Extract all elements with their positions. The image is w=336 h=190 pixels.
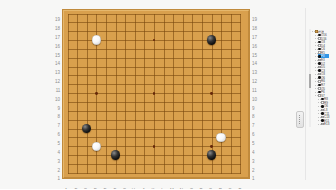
grid-line-vertical [183,14,184,174]
splitter-grip[interactable] [296,111,304,128]
grid-line-horizontal [68,129,242,130]
coordinate-label: C [81,181,91,190]
coordinate-label: J [139,181,149,190]
grid-line-vertical [202,14,203,174]
star-point [95,92,98,95]
stone-black-f3[interactable] [111,150,120,159]
grid-line-horizontal [68,137,242,138]
grid-line-horizontal [68,111,242,112]
stone-white-d16[interactable] [92,35,101,44]
grid-line-vertical [231,14,232,174]
coordinate-label: K [148,181,158,190]
coordinate-label: R [215,181,225,190]
grip-dots-icon [299,115,300,124]
coordinate-label: M [167,181,177,190]
coordinate-label: Q [206,181,216,190]
grid-line-vertical [164,14,165,174]
coordinate-label: S [225,181,235,190]
tree-node-label: E13 [324,122,329,126]
tree-scrollbar[interactable] [309,29,312,127]
coordinate-label: N [177,181,187,190]
stone-black-q16[interactable] [207,35,216,44]
coordinate-label: L [158,181,168,190]
star-point [210,145,213,148]
stone-white-r5[interactable] [216,133,225,142]
stone-black-c6[interactable] [82,124,91,133]
grid-line-horizontal [68,173,242,174]
grid-line-vertical [240,14,241,174]
grid-line-horizontal [68,102,242,103]
coordinate-label: H [129,181,139,190]
tree-scrollbar-thumb[interactable] [309,74,312,88]
game-tree-panel[interactable]: 棋谱Q16D16Q3D4C6R5F3E3D2D5C3O3Q6R6R7Q5P6S7… [306,0,336,189]
grid-line-vertical [173,14,174,174]
stone-white-d4[interactable] [92,142,101,151]
grid-line-vertical [221,14,222,174]
coordinate-label: G [119,181,129,190]
star-point [153,145,156,148]
coordinate-label: A [62,181,72,190]
coordinate-label: E [100,181,110,190]
coordinate-label: P [196,181,206,190]
go-board[interactable] [62,9,250,179]
coordinate-label: O [187,181,197,190]
grid-line-vertical [192,14,193,174]
coordinate-label: B [71,181,81,190]
grid-line-horizontal [68,164,242,165]
coordinate-label: F [110,181,120,190]
coordinate-label: 1 [44,169,60,187]
stone-black-q3[interactable] [207,150,216,159]
star-point [153,92,156,95]
tree-node-move-26[interactable]: E13 [318,122,335,126]
app-window: 1919181817171616151514141313121211111010… [0,0,336,189]
coordinate-label: T [235,181,245,190]
star-point [210,92,213,95]
coordinate-label: 1 [252,169,268,187]
coordinate-label: D [91,181,101,190]
grid-line-horizontal [68,120,242,121]
